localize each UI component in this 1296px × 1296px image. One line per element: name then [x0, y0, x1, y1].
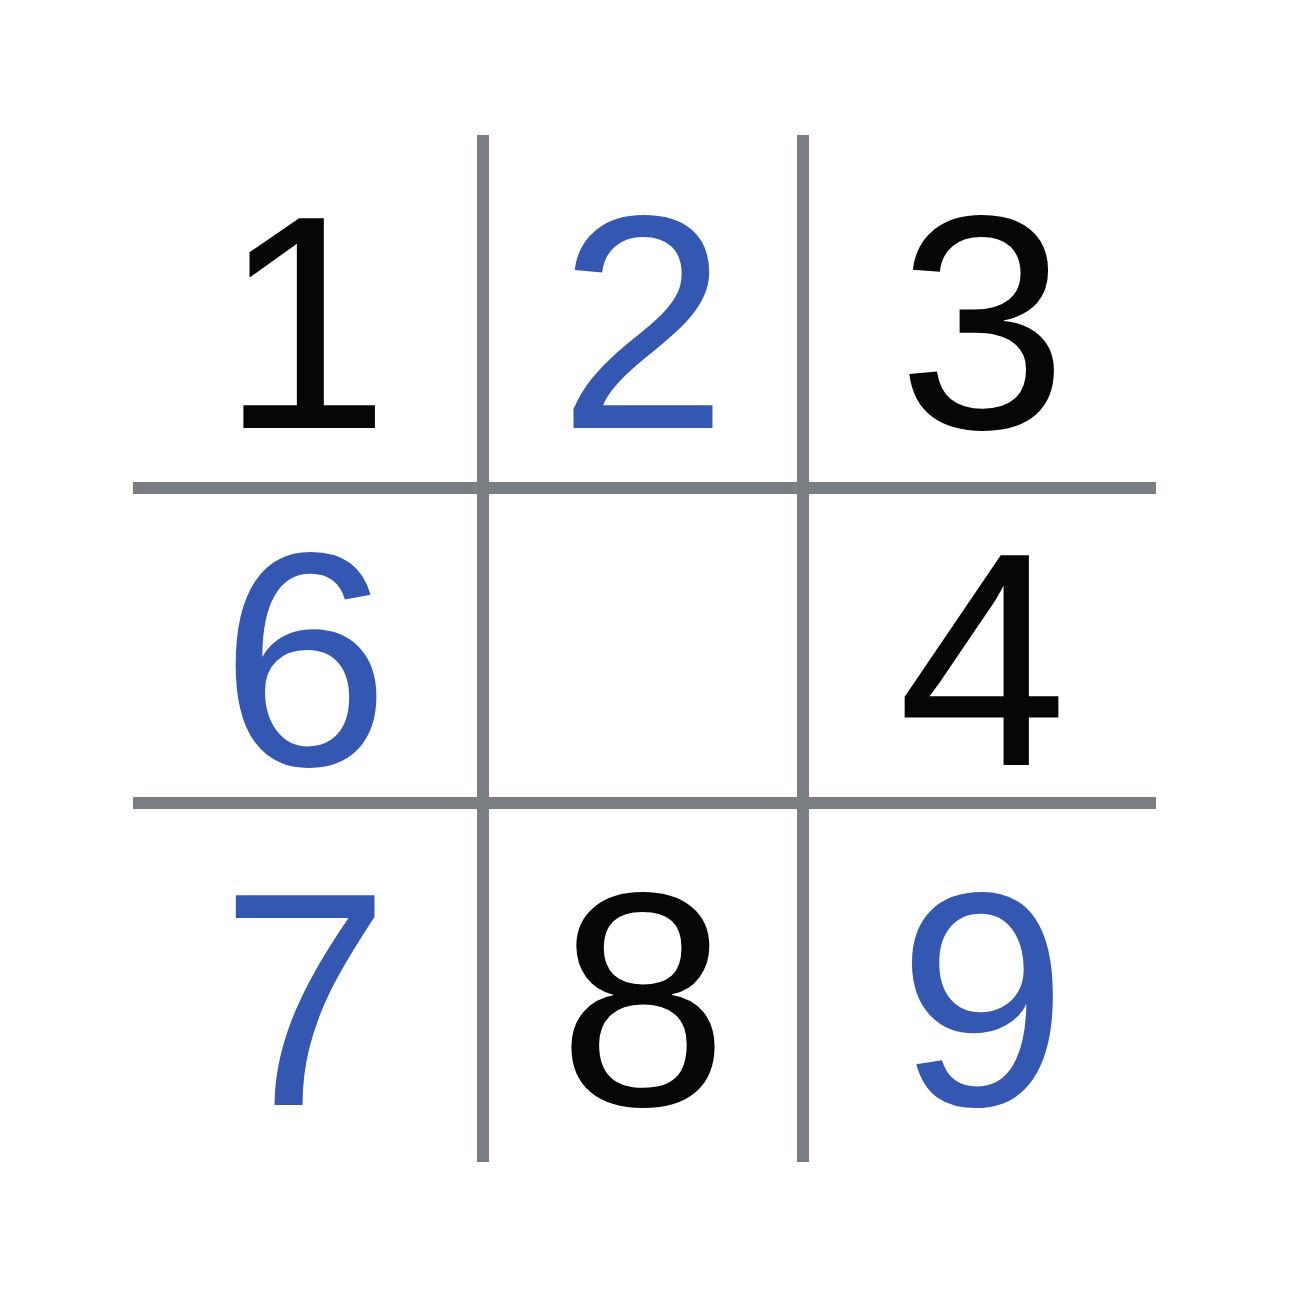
cell-r2c3[interactable]: 4 [809, 494, 1156, 797]
digit-9: 9 [898, 847, 1068, 1152]
cell-r1c3[interactable]: 3 [809, 135, 1156, 482]
grid-line-vertical-2 [797, 135, 809, 1162]
digit-1: 1 [220, 170, 390, 475]
digit-6: 6 [220, 507, 390, 812]
cell-r2c1[interactable]: 6 [133, 494, 477, 797]
cell-r1c1[interactable]: 1 [133, 135, 477, 482]
cell-r1c2[interactable]: 2 [489, 135, 797, 482]
digit-2: 2 [558, 170, 728, 475]
digit-8: 8 [558, 847, 728, 1152]
cell-r3c1[interactable]: 7 [133, 809, 477, 1162]
digit-3: 3 [898, 170, 1068, 475]
digit-4: 4 [898, 507, 1068, 812]
sudoku-board: 1 2 3 6 4 7 8 9 [0, 0, 1296, 1296]
cell-r2c2-empty[interactable] [489, 494, 797, 797]
grid-line-vertical-1 [477, 135, 489, 1162]
cell-r3c3[interactable]: 9 [809, 809, 1156, 1162]
digit-7: 7 [220, 847, 390, 1152]
cell-r3c2[interactable]: 8 [489, 809, 797, 1162]
